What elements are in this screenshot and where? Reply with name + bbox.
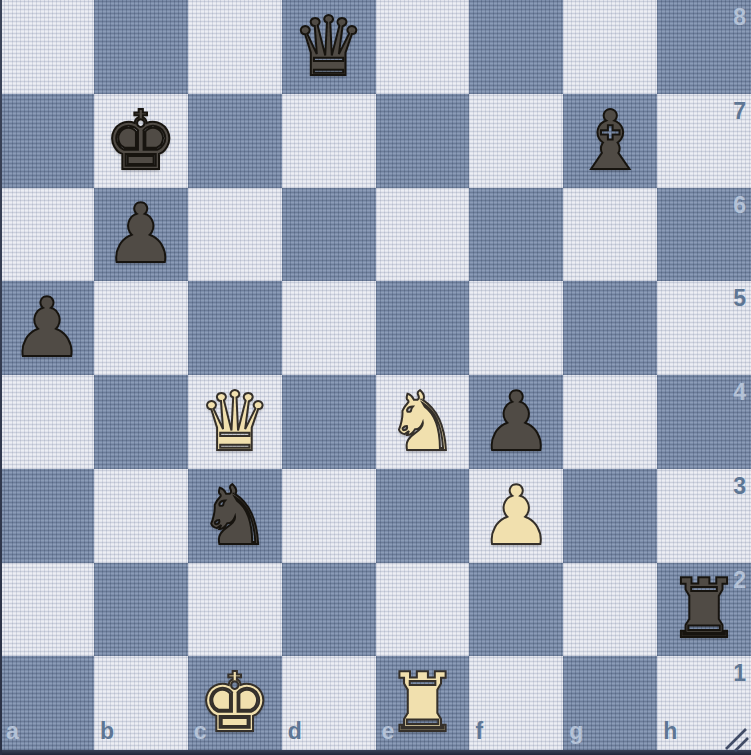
rank-label-8: 8: [733, 4, 746, 31]
file-label-g: g: [569, 718, 583, 745]
square-g5[interactable]: [563, 281, 657, 375]
black-pawn-piece[interactable]: ♟: [94, 188, 188, 282]
rank-label-3: 3: [733, 473, 746, 500]
square-d1[interactable]: d: [282, 656, 376, 750]
square-c1[interactable]: c♚: [188, 656, 282, 750]
square-a3[interactable]: [0, 469, 94, 563]
square-d2[interactable]: [282, 563, 376, 657]
chess-app-window: ♛8♚♝7♟6♟5♛♞♟4♞♟32♜abc♚de♜fg1h: [0, 0, 751, 755]
square-e6[interactable]: [376, 188, 470, 282]
square-g1[interactable]: g: [563, 656, 657, 750]
black-rook-piece[interactable]: ♜: [657, 563, 751, 657]
chess-board: ♛8♚♝7♟6♟5♛♞♟4♞♟32♜abc♚de♜fg1h: [0, 0, 751, 750]
square-d5[interactable]: [282, 281, 376, 375]
square-a2[interactable]: [0, 563, 94, 657]
window-bottom-border: [0, 750, 751, 755]
rank-label-4: 4: [733, 379, 746, 406]
file-label-f: f: [475, 718, 483, 745]
square-c8[interactable]: [188, 0, 282, 94]
square-g2[interactable]: [563, 563, 657, 657]
square-h2[interactable]: 2♜: [657, 563, 751, 657]
white-queen-piece[interactable]: ♛: [188, 375, 282, 469]
square-d8[interactable]: ♛: [282, 0, 376, 94]
file-label-h: h: [663, 718, 677, 745]
black-bishop-piece[interactable]: ♝: [563, 94, 657, 188]
square-h8[interactable]: 8: [657, 0, 751, 94]
square-h4[interactable]: 4: [657, 375, 751, 469]
square-g7[interactable]: ♝: [563, 94, 657, 188]
square-h5[interactable]: 5: [657, 281, 751, 375]
square-a8[interactable]: [0, 0, 94, 94]
square-c4[interactable]: ♛: [188, 375, 282, 469]
black-pawn-piece[interactable]: ♟: [469, 375, 563, 469]
square-f4[interactable]: ♟: [469, 375, 563, 469]
square-c2[interactable]: [188, 563, 282, 657]
square-a7[interactable]: [0, 94, 94, 188]
square-d3[interactable]: [282, 469, 376, 563]
white-pawn-piece[interactable]: ♟: [469, 469, 563, 563]
square-g3[interactable]: [563, 469, 657, 563]
square-f3[interactable]: ♟: [469, 469, 563, 563]
square-e5[interactable]: [376, 281, 470, 375]
square-f8[interactable]: [469, 0, 563, 94]
square-g6[interactable]: [563, 188, 657, 282]
square-c5[interactable]: [188, 281, 282, 375]
square-h6[interactable]: 6: [657, 188, 751, 282]
square-b7[interactable]: ♚: [94, 94, 188, 188]
square-e8[interactable]: [376, 0, 470, 94]
square-f7[interactable]: [469, 94, 563, 188]
square-b1[interactable]: b: [94, 656, 188, 750]
square-a6[interactable]: [0, 188, 94, 282]
white-king-piece[interactable]: ♚: [188, 656, 282, 750]
square-b2[interactable]: [94, 563, 188, 657]
square-c3[interactable]: ♞: [188, 469, 282, 563]
square-b6[interactable]: ♟: [94, 188, 188, 282]
square-f2[interactable]: [469, 563, 563, 657]
rank-label-6: 6: [733, 192, 746, 219]
square-e4[interactable]: ♞: [376, 375, 470, 469]
white-rook-piece[interactable]: ♜: [376, 656, 470, 750]
square-g8[interactable]: [563, 0, 657, 94]
square-h7[interactable]: 7: [657, 94, 751, 188]
square-e3[interactable]: [376, 469, 470, 563]
square-f1[interactable]: f: [469, 656, 563, 750]
square-e7[interactable]: [376, 94, 470, 188]
black-king-piece[interactable]: ♚: [94, 94, 188, 188]
square-a4[interactable]: [0, 375, 94, 469]
square-a1[interactable]: a: [0, 656, 94, 750]
square-f6[interactable]: [469, 188, 563, 282]
square-g4[interactable]: [563, 375, 657, 469]
square-b4[interactable]: [94, 375, 188, 469]
rank-label-5: 5: [733, 285, 746, 312]
rank-label-1: 1: [733, 660, 746, 687]
square-f5[interactable]: [469, 281, 563, 375]
resize-grip-icon[interactable]: [723, 726, 749, 752]
window-left-border: [0, 0, 2, 755]
square-e2[interactable]: [376, 563, 470, 657]
black-knight-piece[interactable]: ♞: [188, 469, 282, 563]
file-label-a: a: [6, 718, 19, 745]
square-b3[interactable]: [94, 469, 188, 563]
file-label-b: b: [100, 718, 114, 745]
white-knight-piece[interactable]: ♞: [376, 375, 470, 469]
square-b8[interactable]: [94, 0, 188, 94]
square-d4[interactable]: [282, 375, 376, 469]
square-d7[interactable]: [282, 94, 376, 188]
square-c6[interactable]: [188, 188, 282, 282]
square-c7[interactable]: [188, 94, 282, 188]
file-label-d: d: [288, 718, 302, 745]
black-pawn-piece[interactable]: ♟: [0, 281, 94, 375]
square-a5[interactable]: ♟: [0, 281, 94, 375]
black-queen-piece[interactable]: ♛: [282, 0, 376, 94]
square-h3[interactable]: 3: [657, 469, 751, 563]
rank-label-7: 7: [733, 98, 746, 125]
square-e1[interactable]: e♜: [376, 656, 470, 750]
square-d6[interactable]: [282, 188, 376, 282]
square-b5[interactable]: [94, 281, 188, 375]
